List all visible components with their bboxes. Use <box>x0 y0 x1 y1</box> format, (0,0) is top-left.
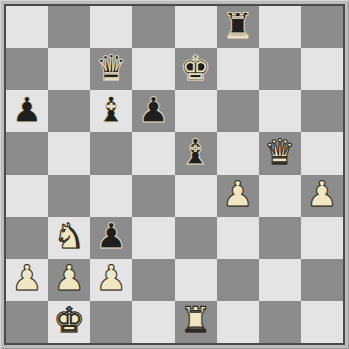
square-b6[interactable] <box>48 90 90 132</box>
square-c7[interactable]: ♛ <box>90 48 132 90</box>
square-b8[interactable] <box>48 6 90 48</box>
square-e7[interactable]: ♚ <box>175 48 217 90</box>
square-f5[interactable] <box>217 132 259 174</box>
chess-board-frame: ♜♛♚♟♝♟♝♛♟♟♞♟♟♟♟♚♜ <box>0 0 349 349</box>
square-e2[interactable] <box>175 259 217 301</box>
piece-black-pawn[interactable]: ♟ <box>138 93 169 128</box>
square-f6[interactable] <box>217 90 259 132</box>
square-d1[interactable] <box>132 301 174 343</box>
square-g6[interactable] <box>259 90 301 132</box>
square-g8[interactable] <box>259 6 301 48</box>
square-b2[interactable]: ♟ <box>48 259 90 301</box>
square-a1[interactable] <box>6 301 48 343</box>
square-e8[interactable] <box>175 6 217 48</box>
square-a4[interactable] <box>6 175 48 217</box>
piece-black-king[interactable]: ♚ <box>180 51 211 86</box>
square-d7[interactable] <box>132 48 174 90</box>
square-c1[interactable] <box>90 301 132 343</box>
piece-white-pawn[interactable]: ♟ <box>306 177 337 212</box>
piece-white-pawn[interactable]: ♟ <box>96 261 127 296</box>
piece-white-pawn[interactable]: ♟ <box>53 261 84 296</box>
square-c6[interactable]: ♝ <box>90 90 132 132</box>
square-h8[interactable] <box>301 6 343 48</box>
square-c5[interactable] <box>90 132 132 174</box>
square-e6[interactable] <box>175 90 217 132</box>
piece-black-pawn[interactable]: ♟ <box>11 93 42 128</box>
square-d6[interactable]: ♟ <box>132 90 174 132</box>
square-d8[interactable] <box>132 6 174 48</box>
piece-black-bishop[interactable]: ♝ <box>180 135 211 170</box>
square-a6[interactable]: ♟ <box>6 90 48 132</box>
piece-black-bishop[interactable]: ♝ <box>96 93 127 128</box>
square-b1[interactable]: ♚ <box>48 301 90 343</box>
piece-white-rook[interactable]: ♜ <box>180 303 211 338</box>
square-h5[interactable] <box>301 132 343 174</box>
square-a7[interactable] <box>6 48 48 90</box>
piece-white-knight[interactable]: ♞ <box>53 219 84 254</box>
square-e3[interactable] <box>175 217 217 259</box>
square-g3[interactable] <box>259 217 301 259</box>
square-c4[interactable] <box>90 175 132 217</box>
piece-white-pawn[interactable]: ♟ <box>11 261 42 296</box>
square-h3[interactable] <box>301 217 343 259</box>
square-a8[interactable] <box>6 6 48 48</box>
square-a2[interactable]: ♟ <box>6 259 48 301</box>
piece-white-king[interactable]: ♚ <box>53 303 84 338</box>
piece-black-pawn[interactable]: ♟ <box>96 219 127 254</box>
square-a5[interactable] <box>6 132 48 174</box>
piece-black-queen[interactable]: ♛ <box>96 51 127 86</box>
square-h2[interactable] <box>301 259 343 301</box>
piece-white-pawn[interactable]: ♟ <box>222 177 253 212</box>
square-e5[interactable]: ♝ <box>175 132 217 174</box>
square-c2[interactable]: ♟ <box>90 259 132 301</box>
square-b7[interactable] <box>48 48 90 90</box>
square-g4[interactable] <box>259 175 301 217</box>
square-g7[interactable] <box>259 48 301 90</box>
square-f3[interactable] <box>217 217 259 259</box>
square-c8[interactable] <box>90 6 132 48</box>
square-b5[interactable] <box>48 132 90 174</box>
square-e4[interactable] <box>175 175 217 217</box>
square-g2[interactable] <box>259 259 301 301</box>
square-g1[interactable] <box>259 301 301 343</box>
square-d5[interactable] <box>132 132 174 174</box>
square-e1[interactable]: ♜ <box>175 301 217 343</box>
square-f1[interactable] <box>217 301 259 343</box>
square-b3[interactable]: ♞ <box>48 217 90 259</box>
square-b4[interactable] <box>48 175 90 217</box>
piece-black-rook[interactable]: ♜ <box>222 9 253 44</box>
square-h1[interactable] <box>301 301 343 343</box>
chess-board: ♜♛♚♟♝♟♝♛♟♟♞♟♟♟♟♚♜ <box>4 4 345 345</box>
square-c3[interactable]: ♟ <box>90 217 132 259</box>
square-d3[interactable] <box>132 217 174 259</box>
square-f4[interactable]: ♟ <box>217 175 259 217</box>
square-f2[interactable] <box>217 259 259 301</box>
square-g5[interactable]: ♛ <box>259 132 301 174</box>
square-f8[interactable]: ♜ <box>217 6 259 48</box>
square-d2[interactable] <box>132 259 174 301</box>
piece-white-queen[interactable]: ♛ <box>264 135 295 170</box>
square-d4[interactable] <box>132 175 174 217</box>
square-h4[interactable]: ♟ <box>301 175 343 217</box>
square-h7[interactable] <box>301 48 343 90</box>
square-h6[interactable] <box>301 90 343 132</box>
square-f7[interactable] <box>217 48 259 90</box>
square-a3[interactable] <box>6 217 48 259</box>
